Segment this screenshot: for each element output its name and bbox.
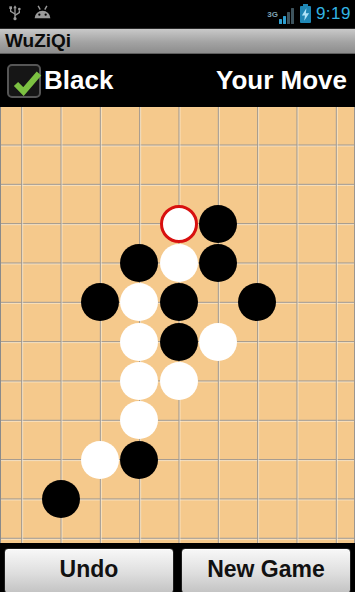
intersection[interactable] [277, 204, 316, 243]
intersection[interactable] [2, 479, 41, 518]
intersection[interactable] [316, 401, 355, 440]
stone-black [120, 441, 158, 479]
stone-white [160, 205, 198, 243]
intersection[interactable] [198, 204, 237, 243]
intersection[interactable] [159, 243, 198, 282]
status-left-icons [7, 3, 53, 25]
intersection[interactable] [2, 204, 41, 243]
app-title: WuZiQi [5, 30, 71, 52]
intersection[interactable] [198, 519, 237, 543]
intersection[interactable] [277, 125, 316, 164]
intersection[interactable] [80, 322, 119, 361]
intersection[interactable] [238, 479, 277, 518]
intersection[interactable] [2, 125, 41, 164]
intersection[interactable] [198, 283, 237, 322]
stone-white [120, 362, 158, 400]
intersection[interactable] [198, 165, 237, 204]
intersection[interactable] [238, 204, 277, 243]
android-icon [32, 4, 53, 25]
intersection[interactable] [120, 165, 159, 204]
intersection[interactable] [80, 165, 119, 204]
intersection[interactable] [80, 283, 119, 322]
bottom-bar: Undo New Game [0, 543, 355, 592]
intersection[interactable] [159, 204, 198, 243]
stone-black [160, 283, 198, 321]
intersection[interactable] [120, 519, 159, 543]
intersection[interactable] [198, 440, 237, 479]
stone-white [160, 362, 198, 400]
intersection[interactable] [198, 322, 237, 361]
stone-black [42, 480, 80, 518]
intersection[interactable] [41, 401, 80, 440]
intersection[interactable] [198, 125, 237, 164]
intersection[interactable] [277, 322, 316, 361]
stone-black [81, 283, 119, 321]
intersection[interactable] [277, 283, 316, 322]
intersection[interactable] [120, 322, 159, 361]
intersection[interactable] [198, 361, 237, 400]
intersection[interactable] [80, 440, 119, 479]
clock: 9:19 [316, 5, 351, 22]
intersection[interactable] [198, 479, 237, 518]
intersection[interactable] [2, 165, 41, 204]
signal-bars [279, 8, 294, 24]
intersection[interactable] [238, 440, 277, 479]
intersection[interactable] [316, 322, 355, 361]
intersection[interactable] [80, 204, 119, 243]
intersection[interactable] [159, 322, 198, 361]
intersection[interactable] [238, 361, 277, 400]
stone-white [160, 244, 198, 282]
intersection[interactable] [238, 283, 277, 322]
stone-black [120, 244, 158, 282]
status-bar: 3G 9:19 [0, 0, 355, 28]
app-screen: 3G 9:19 WuZiQi Black Your Move [0, 0, 355, 592]
stone-black [160, 323, 198, 361]
usb-icon [7, 3, 23, 25]
intersection[interactable] [2, 401, 41, 440]
gomoku-board[interactable] [0, 107, 355, 543]
intersection[interactable] [159, 165, 198, 204]
intersection[interactable] [277, 243, 316, 282]
intersection[interactable] [80, 361, 119, 400]
intersection[interactable] [238, 125, 277, 164]
intersection[interactable] [316, 243, 355, 282]
intersection[interactable] [238, 401, 277, 440]
intersection[interactable] [238, 519, 277, 543]
intersection[interactable] [120, 479, 159, 518]
intersection[interactable] [316, 519, 355, 543]
intersection[interactable] [277, 361, 316, 400]
intersection[interactable] [159, 283, 198, 322]
undo-button[interactable]: Undo [4, 548, 174, 592]
intersection[interactable] [41, 322, 80, 361]
intersection[interactable] [159, 125, 198, 164]
intersection[interactable] [120, 243, 159, 282]
player-color-label: Black [44, 65, 113, 96]
intersection[interactable] [41, 204, 80, 243]
intersection[interactable] [120, 401, 159, 440]
intersection[interactable] [80, 125, 119, 164]
intersection[interactable] [316, 165, 355, 204]
intersection[interactable] [277, 479, 316, 518]
intersection[interactable] [2, 361, 41, 400]
network-type-label: 3G [267, 11, 278, 19]
stone-white [120, 401, 158, 439]
stone-white [120, 323, 158, 361]
turn-bar: Black Your Move [0, 54, 355, 107]
intersection[interactable] [80, 479, 119, 518]
signal-icon: 3G [267, 8, 294, 24]
intersection[interactable] [238, 322, 277, 361]
stone-white [81, 441, 119, 479]
intersection[interactable] [277, 401, 316, 440]
stone-black [199, 244, 237, 282]
new-game-button[interactable]: New Game [181, 548, 351, 592]
intersection[interactable] [198, 401, 237, 440]
intersection[interactable] [316, 283, 355, 322]
intersection[interactable] [41, 479, 80, 518]
intersection[interactable] [41, 361, 80, 400]
intersection[interactable] [120, 125, 159, 164]
stone-black [199, 205, 237, 243]
intersection[interactable] [277, 440, 316, 479]
intersection[interactable] [41, 125, 80, 164]
intersection[interactable] [80, 401, 119, 440]
intersection[interactable] [2, 283, 41, 322]
intersection[interactable] [41, 243, 80, 282]
intersection[interactable] [159, 361, 198, 400]
stone-white [199, 323, 237, 361]
black-checkbox[interactable] [7, 64, 41, 98]
intersection[interactable] [238, 243, 277, 282]
intersection[interactable] [2, 519, 41, 543]
intersection[interactable] [159, 519, 198, 543]
intersection[interactable] [159, 479, 198, 518]
stone-white [120, 283, 158, 321]
title-bar: WuZiQi [0, 28, 355, 54]
intersection[interactable] [316, 361, 355, 400]
intersection[interactable] [316, 479, 355, 518]
intersection[interactable] [316, 440, 355, 479]
intersection[interactable] [2, 440, 41, 479]
intersection[interactable] [159, 401, 198, 440]
intersection[interactable] [2, 243, 41, 282]
intersection[interactable] [159, 440, 198, 479]
intersection[interactable] [41, 283, 80, 322]
intersection[interactable] [120, 361, 159, 400]
intersection[interactable] [277, 165, 316, 204]
intersection[interactable] [120, 440, 159, 479]
intersection[interactable] [316, 125, 355, 164]
intersection[interactable] [277, 519, 316, 543]
stone-black [238, 283, 276, 321]
intersection[interactable] [316, 204, 355, 243]
intersection[interactable] [120, 283, 159, 322]
move-status-label: Your Move [216, 65, 347, 96]
battery-charging-icon [300, 6, 311, 23]
board-grid [2, 125, 355, 543]
intersection[interactable] [2, 322, 41, 361]
intersection[interactable] [41, 440, 80, 479]
intersection[interactable] [41, 519, 80, 543]
status-right-icons: 3G 9:19 [267, 5, 351, 24]
intersection[interactable] [238, 165, 277, 204]
intersection[interactable] [80, 243, 119, 282]
intersection[interactable] [80, 519, 119, 543]
intersection[interactable] [120, 204, 159, 243]
intersection[interactable] [41, 165, 80, 204]
intersection[interactable] [198, 243, 237, 282]
